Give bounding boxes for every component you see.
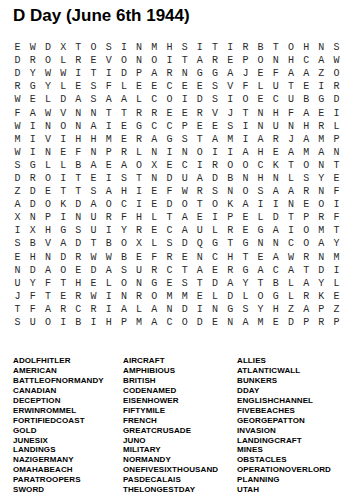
grid-cell[interactable]: I	[192, 303, 207, 316]
grid-cell[interactable]: F	[116, 211, 131, 224]
grid-cell[interactable]: S	[207, 93, 222, 106]
grid-cell[interactable]: A	[40, 303, 55, 316]
grid-cell[interactable]: S	[162, 237, 177, 250]
grid-cell[interactable]: N	[71, 211, 86, 224]
grid-cell[interactable]: X	[147, 159, 162, 172]
grid-cell[interactable]: G	[25, 80, 40, 93]
grid-cell[interactable]: L	[253, 80, 268, 93]
grid-cell[interactable]: D	[40, 41, 55, 54]
grid-cell[interactable]: E	[71, 264, 86, 277]
grid-cell[interactable]: F	[101, 80, 116, 93]
grid-cell[interactable]: W	[86, 290, 101, 303]
grid-cell[interactable]: G	[56, 224, 71, 237]
grid-cell[interactable]: I	[329, 198, 344, 211]
grid-cell[interactable]: M	[162, 290, 177, 303]
grid-cell[interactable]: H	[116, 185, 131, 198]
grid-cell[interactable]: B	[71, 159, 86, 172]
grid-cell[interactable]: O	[86, 41, 101, 54]
grid-cell[interactable]: K	[314, 290, 329, 303]
grid-cell[interactable]: W	[101, 251, 116, 264]
grid-cell[interactable]: R	[132, 224, 147, 237]
grid-cell[interactable]: L	[238, 290, 253, 303]
grid-cell[interactable]: I	[71, 67, 86, 80]
grid-cell[interactable]: E	[299, 198, 314, 211]
grid-cell[interactable]: R	[299, 251, 314, 264]
grid-cell[interactable]: U	[177, 172, 192, 185]
grid-cell[interactable]: L	[283, 290, 298, 303]
grid-cell[interactable]: D	[56, 251, 71, 264]
grid-cell[interactable]: I	[162, 54, 177, 67]
grid-cell[interactable]: A	[177, 211, 192, 224]
grid-cell[interactable]: I	[86, 316, 101, 329]
grid-cell[interactable]: S	[101, 41, 116, 54]
grid-cell[interactable]: K	[56, 198, 71, 211]
grid-cell[interactable]: O	[56, 264, 71, 277]
grid-cell[interactable]: H	[101, 316, 116, 329]
grid-cell[interactable]: X	[132, 237, 147, 250]
grid-cell[interactable]: E	[177, 251, 192, 264]
grid-cell[interactable]: N	[10, 264, 25, 277]
grid-cell[interactable]: G	[192, 67, 207, 80]
grid-cell[interactable]: R	[10, 80, 25, 93]
grid-cell[interactable]: A	[314, 146, 329, 159]
grid-cell[interactable]: E	[147, 80, 162, 93]
grid-cell[interactable]: S	[253, 185, 268, 198]
grid-cell[interactable]: T	[86, 237, 101, 250]
grid-cell[interactable]: A	[299, 67, 314, 80]
grid-cell[interactable]: I	[223, 41, 238, 54]
grid-cell[interactable]: I	[101, 224, 116, 237]
grid-cell[interactable]: D	[223, 290, 238, 303]
grid-cell[interactable]: C	[116, 198, 131, 211]
grid-cell[interactable]: L	[132, 303, 147, 316]
grid-cell[interactable]: I	[223, 93, 238, 106]
grid-cell[interactable]: S	[116, 172, 131, 185]
grid-cell[interactable]: P	[116, 316, 131, 329]
grid-cell[interactable]: A	[147, 303, 162, 316]
grid-cell[interactable]: Y	[238, 277, 253, 290]
grid-cell[interactable]: R	[162, 67, 177, 80]
grid-cell[interactable]: L	[132, 146, 147, 159]
grid-cell[interactable]: O	[238, 93, 253, 106]
grid-cell[interactable]: W	[177, 185, 192, 198]
grid-cell[interactable]: H	[283, 54, 298, 67]
grid-cell[interactable]: C	[162, 80, 177, 93]
grid-cell[interactable]: A	[253, 264, 268, 277]
grid-cell[interactable]: Y	[314, 277, 329, 290]
grid-cell[interactable]: O	[238, 185, 253, 198]
grid-cell[interactable]: M	[177, 290, 192, 303]
grid-cell[interactable]: E	[329, 290, 344, 303]
grid-cell[interactable]: A	[101, 264, 116, 277]
grid-cell[interactable]: D	[10, 67, 25, 80]
grid-cell[interactable]: O	[314, 198, 329, 211]
grid-cell[interactable]: R	[147, 106, 162, 119]
grid-cell[interactable]: R	[223, 224, 238, 237]
grid-cell[interactable]: O	[299, 237, 314, 250]
grid-cell[interactable]: P	[101, 146, 116, 159]
grid-cell[interactable]: M	[147, 41, 162, 54]
grid-cell[interactable]: A	[299, 133, 314, 146]
grid-cell[interactable]: D	[86, 264, 101, 277]
grid-cell[interactable]: R	[132, 133, 147, 146]
grid-cell[interactable]: I	[268, 198, 283, 211]
grid-cell[interactable]: C	[71, 303, 86, 316]
grid-cell[interactable]: A	[299, 303, 314, 316]
grid-cell[interactable]: Y	[253, 303, 268, 316]
grid-cell[interactable]: T	[329, 159, 344, 172]
grid-cell[interactable]: H	[71, 277, 86, 290]
grid-cell[interactable]: I	[329, 264, 344, 277]
grid-cell[interactable]: G	[223, 303, 238, 316]
grid-cell[interactable]: A	[116, 303, 131, 316]
grid-cell[interactable]: E	[268, 146, 283, 159]
grid-cell[interactable]: E	[238, 224, 253, 237]
grid-cell[interactable]: N	[40, 251, 55, 264]
grid-cell[interactable]: M	[101, 133, 116, 146]
grid-cell[interactable]: O	[177, 316, 192, 329]
grid-cell[interactable]: D	[25, 185, 40, 198]
grid-cell[interactable]: D	[207, 172, 222, 185]
grid-cell[interactable]: A	[116, 159, 131, 172]
grid-cell[interactable]: R	[223, 264, 238, 277]
grid-cell[interactable]: W	[25, 41, 40, 54]
grid-cell[interactable]: Y	[329, 237, 344, 250]
grid-cell[interactable]: Y	[25, 67, 40, 80]
grid-cell[interactable]: E	[10, 251, 25, 264]
grid-cell[interactable]: P	[314, 303, 329, 316]
grid-cell[interactable]: C	[253, 159, 268, 172]
grid-cell[interactable]: P	[329, 316, 344, 329]
grid-cell[interactable]: A	[147, 316, 162, 329]
grid-cell[interactable]: E	[207, 264, 222, 277]
grid-cell[interactable]: I	[223, 146, 238, 159]
grid-cell[interactable]: R	[101, 211, 116, 224]
grid-cell[interactable]: U	[268, 80, 283, 93]
grid-cell[interactable]: T	[268, 41, 283, 54]
grid-cell[interactable]: L	[116, 80, 131, 93]
grid-cell[interactable]: I	[192, 41, 207, 54]
grid-cell[interactable]: N	[86, 146, 101, 159]
grid-cell[interactable]: O	[238, 159, 253, 172]
grid-cell[interactable]: N	[177, 67, 192, 80]
grid-cell[interactable]: N	[132, 54, 147, 67]
grid-cell[interactable]: T	[283, 159, 298, 172]
grid-cell[interactable]: L	[207, 290, 222, 303]
grid-cell[interactable]: T	[192, 277, 207, 290]
grid-cell[interactable]: E	[56, 290, 71, 303]
grid-cell[interactable]: N	[314, 185, 329, 198]
grid-cell[interactable]: N	[71, 106, 86, 119]
grid-cell[interactable]: L	[101, 277, 116, 290]
grid-cell[interactable]: L	[40, 93, 55, 106]
grid-cell[interactable]: N	[147, 146, 162, 159]
grid-cell[interactable]: W	[283, 251, 298, 264]
grid-cell[interactable]: H	[40, 224, 55, 237]
grid-cell[interactable]: O	[162, 93, 177, 106]
grid-cell[interactable]: V	[223, 80, 238, 93]
grid-cell[interactable]: H	[25, 251, 40, 264]
grid-cell[interactable]: J	[283, 133, 298, 146]
grid-cell[interactable]: T	[116, 106, 131, 119]
grid-cell[interactable]: F	[147, 251, 162, 264]
grid-cell[interactable]: R	[71, 54, 86, 67]
grid-cell[interactable]: U	[86, 224, 101, 237]
grid-cell[interactable]: N	[223, 185, 238, 198]
grid-cell[interactable]: S	[86, 93, 101, 106]
grid-cell[interactable]: C	[162, 264, 177, 277]
grid-cell[interactable]: I	[116, 41, 131, 54]
grid-cell[interactable]: I	[101, 67, 116, 80]
grid-cell[interactable]: S	[71, 224, 86, 237]
grid-cell[interactable]: S	[10, 316, 25, 329]
grid-cell[interactable]: A	[147, 67, 162, 80]
grid-cell[interactable]: A	[253, 133, 268, 146]
grid-cell[interactable]: U	[268, 120, 283, 133]
grid-cell[interactable]: F	[238, 80, 253, 93]
grid-cell[interactable]: G	[207, 237, 222, 250]
grid-cell[interactable]: N	[283, 198, 298, 211]
grid-cell[interactable]: I	[132, 198, 147, 211]
grid-cell[interactable]: A	[283, 185, 298, 198]
grid-cell[interactable]: I	[192, 159, 207, 172]
grid-cell[interactable]: R	[314, 316, 329, 329]
grid-cell[interactable]: N	[268, 237, 283, 250]
grid-cell[interactable]: A	[283, 146, 298, 159]
grid-cell[interactable]: A	[40, 264, 55, 277]
grid-cell[interactable]: N	[283, 120, 298, 133]
grid-cell[interactable]: B	[268, 277, 283, 290]
grid-cell[interactable]: P	[238, 54, 253, 67]
grid-cell[interactable]: P	[223, 211, 238, 224]
grid-cell[interactable]: Z	[283, 303, 298, 316]
grid-cell[interactable]: A	[283, 67, 298, 80]
grid-cell[interactable]: C	[268, 93, 283, 106]
grid-cell[interactable]: D	[268, 211, 283, 224]
grid-cell[interactable]: N	[86, 106, 101, 119]
grid-cell[interactable]: H	[132, 211, 147, 224]
grid-cell[interactable]: T	[192, 133, 207, 146]
grid-cell[interactable]: K	[268, 159, 283, 172]
grid-cell[interactable]: D	[177, 303, 192, 316]
grid-cell[interactable]: L	[56, 80, 71, 93]
grid-cell[interactable]: A	[238, 198, 253, 211]
grid-cell[interactable]: J	[10, 290, 25, 303]
grid-cell[interactable]: C	[162, 120, 177, 133]
grid-cell[interactable]: P	[177, 120, 192, 133]
grid-cell[interactable]: L	[56, 159, 71, 172]
grid-cell[interactable]: L	[147, 237, 162, 250]
grid-cell[interactable]: O	[253, 290, 268, 303]
grid-cell[interactable]: R	[56, 303, 71, 316]
grid-cell[interactable]: T	[132, 172, 147, 185]
grid-cell[interactable]: Y	[116, 224, 131, 237]
grid-cell[interactable]: A	[10, 198, 25, 211]
grid-cell[interactable]: E	[86, 277, 101, 290]
grid-cell[interactable]: S	[207, 80, 222, 93]
grid-cell[interactable]: O	[299, 224, 314, 237]
grid-cell[interactable]: I	[56, 133, 71, 146]
grid-cell[interactable]: I	[177, 93, 192, 106]
grid-cell[interactable]: T	[238, 251, 253, 264]
grid-cell[interactable]: M	[253, 316, 268, 329]
grid-cell[interactable]: S	[177, 277, 192, 290]
grid-cell[interactable]: I	[56, 316, 71, 329]
grid-cell[interactable]: O	[40, 198, 55, 211]
grid-cell[interactable]: N	[177, 146, 192, 159]
grid-cell[interactable]: O	[147, 290, 162, 303]
grid-cell[interactable]: L	[329, 120, 344, 133]
grid-cell[interactable]: E	[268, 316, 283, 329]
grid-cell[interactable]: B	[101, 237, 116, 250]
grid-cell[interactable]: I	[329, 106, 344, 119]
grid-cell[interactable]: R	[192, 185, 207, 198]
grid-cell[interactable]: Z	[10, 185, 25, 198]
grid-cell[interactable]: O	[40, 316, 55, 329]
grid-cell[interactable]: S	[86, 185, 101, 198]
grid-cell[interactable]: K	[223, 198, 238, 211]
grid-cell[interactable]: I	[101, 290, 116, 303]
grid-cell[interactable]: T	[177, 54, 192, 67]
grid-cell[interactable]: E	[238, 211, 253, 224]
grid-cell[interactable]: D	[329, 93, 344, 106]
grid-cell[interactable]: P	[299, 316, 314, 329]
grid-cell[interactable]: A	[116, 93, 131, 106]
grid-cell[interactable]: L	[56, 54, 71, 67]
grid-cell[interactable]: E	[253, 93, 268, 106]
grid-cell[interactable]: N	[253, 237, 268, 250]
grid-cell[interactable]: T	[71, 185, 86, 198]
grid-cell[interactable]: E	[132, 251, 147, 264]
grid-cell[interactable]: G	[238, 264, 253, 277]
grid-cell[interactable]: T	[101, 106, 116, 119]
grid-cell[interactable]: E	[40, 185, 55, 198]
grid-cell[interactable]: R	[147, 264, 162, 277]
grid-cell[interactable]: R	[238, 41, 253, 54]
grid-cell[interactable]: E	[116, 120, 131, 133]
grid-cell[interactable]: G	[253, 224, 268, 237]
grid-cell[interactable]: O	[299, 159, 314, 172]
grid-cell[interactable]: D	[10, 172, 25, 185]
grid-cell[interactable]: F	[283, 106, 298, 119]
grid-cell[interactable]: R	[132, 106, 147, 119]
grid-cell[interactable]: H	[223, 251, 238, 264]
grid-cell[interactable]: L	[283, 277, 298, 290]
grid-cell[interactable]: O	[116, 237, 131, 250]
grid-cell[interactable]: N	[71, 120, 86, 133]
grid-cell[interactable]: D	[25, 264, 40, 277]
grid-cell[interactable]: S	[116, 264, 131, 277]
grid-cell[interactable]: A	[268, 251, 283, 264]
grid-cell[interactable]: F	[40, 277, 55, 290]
grid-cell[interactable]: O	[132, 159, 147, 172]
grid-cell[interactable]: F	[10, 106, 25, 119]
grid-cell[interactable]: B	[25, 237, 40, 250]
grid-cell[interactable]: B	[299, 93, 314, 106]
grid-cell[interactable]: A	[223, 67, 238, 80]
grid-cell[interactable]: W	[329, 54, 344, 67]
grid-cell[interactable]: A	[86, 120, 101, 133]
grid-cell[interactable]: G	[162, 133, 177, 146]
grid-cell[interactable]: T	[238, 106, 253, 119]
grid-cell[interactable]: H	[253, 172, 268, 185]
grid-cell[interactable]: N	[268, 54, 283, 67]
grid-cell[interactable]: O	[177, 198, 192, 211]
grid-cell[interactable]: M	[314, 224, 329, 237]
grid-cell[interactable]: N	[329, 146, 344, 159]
grid-cell[interactable]: G	[238, 237, 253, 250]
grid-cell[interactable]: M	[299, 146, 314, 159]
grid-cell[interactable]: D	[192, 316, 207, 329]
grid-cell[interactable]: G	[314, 93, 329, 106]
grid-cell[interactable]: Y	[40, 80, 55, 93]
grid-cell[interactable]: I	[162, 146, 177, 159]
grid-cell[interactable]: A	[238, 146, 253, 159]
grid-cell[interactable]: I	[10, 224, 25, 237]
grid-cell[interactable]: O	[329, 67, 344, 80]
grid-cell[interactable]: W	[40, 67, 55, 80]
grid-cell[interactable]: A	[299, 277, 314, 290]
grid-cell[interactable]: H	[86, 133, 101, 146]
grid-cell[interactable]: M	[10, 133, 25, 146]
grid-cell[interactable]: S	[10, 159, 25, 172]
grid-cell[interactable]: E	[10, 41, 25, 54]
grid-cell[interactable]: O	[192, 146, 207, 159]
grid-cell[interactable]: T	[223, 237, 238, 250]
grid-cell[interactable]: S	[177, 133, 192, 146]
grid-cell[interactable]: S	[238, 303, 253, 316]
grid-cell[interactable]: E	[177, 80, 192, 93]
grid-cell[interactable]: P	[299, 211, 314, 224]
grid-cell[interactable]: R	[299, 185, 314, 198]
grid-cell[interactable]: E	[329, 172, 344, 185]
grid-cell[interactable]: N	[132, 277, 147, 290]
grid-cell[interactable]: S	[10, 237, 25, 250]
grid-cell[interactable]: T	[162, 211, 177, 224]
grid-cell[interactable]: S	[86, 80, 101, 93]
grid-cell[interactable]: T	[253, 277, 268, 290]
grid-cell[interactable]: N	[223, 316, 238, 329]
grid-cell[interactable]: E	[253, 251, 268, 264]
grid-cell[interactable]: T	[283, 211, 298, 224]
grid-cell[interactable]: N	[25, 211, 40, 224]
grid-cell[interactable]: N	[132, 41, 147, 54]
grid-cell[interactable]: N	[253, 106, 268, 119]
grid-cell[interactable]: R	[192, 106, 207, 119]
grid-cell[interactable]: O	[147, 54, 162, 67]
grid-cell[interactable]: G	[25, 159, 40, 172]
grid-cell[interactable]: E	[223, 54, 238, 67]
grid-cell[interactable]: L	[40, 159, 55, 172]
grid-cell[interactable]: T	[207, 41, 222, 54]
grid-cell[interactable]: R	[25, 172, 40, 185]
grid-cell[interactable]: H	[162, 41, 177, 54]
grid-cell[interactable]: E	[147, 198, 162, 211]
grid-cell[interactable]: E	[177, 106, 192, 119]
grid-cell[interactable]: E	[192, 120, 207, 133]
grid-cell[interactable]: I	[101, 172, 116, 185]
grid-cell[interactable]: N	[147, 172, 162, 185]
grid-cell[interactable]: D	[56, 93, 71, 106]
grid-cell[interactable]: E	[25, 93, 40, 106]
grid-cell[interactable]: L	[329, 277, 344, 290]
grid-cell[interactable]: A	[56, 237, 71, 250]
grid-cell[interactable]: Y	[314, 172, 329, 185]
grid-cell[interactable]: H	[299, 120, 314, 133]
grid-cell[interactable]: F	[329, 185, 344, 198]
grid-cell[interactable]: E	[162, 159, 177, 172]
grid-cell[interactable]: S	[299, 172, 314, 185]
